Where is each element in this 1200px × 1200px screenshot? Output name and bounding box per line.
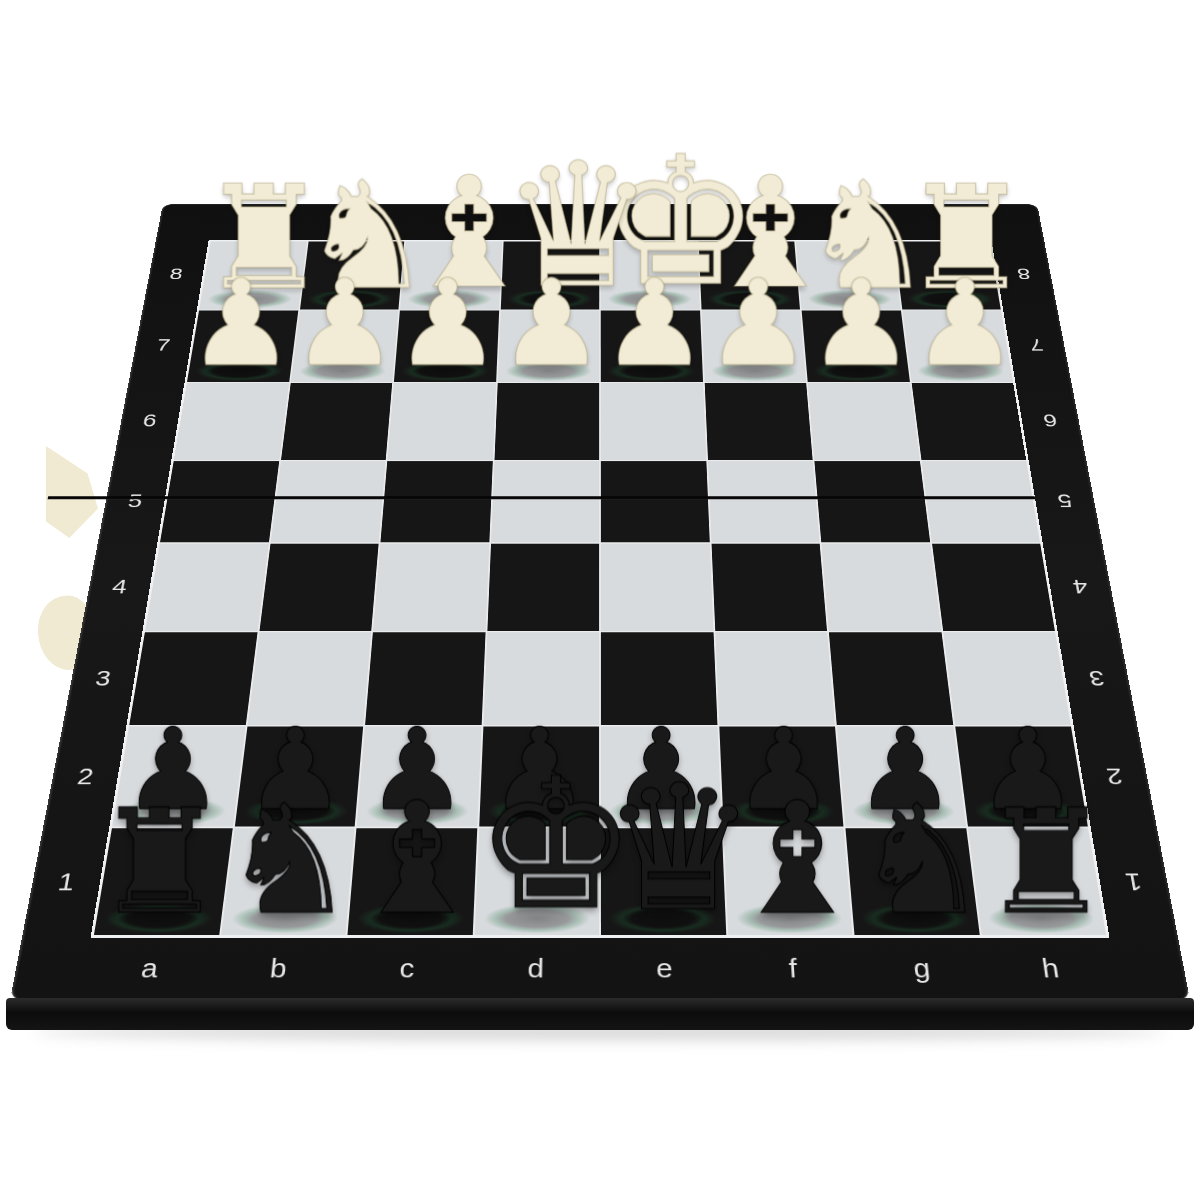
square-a4[interactable] <box>145 544 268 631</box>
white-pawn[interactable]: ♟ <box>911 266 1013 380</box>
square-f7[interactable]: ♟ <box>701 310 806 382</box>
square-e6[interactable] <box>601 383 706 459</box>
square-e7[interactable]: ♟ <box>601 310 703 382</box>
square-g4[interactable] <box>821 544 941 631</box>
black-knight[interactable]: ♞ <box>221 788 346 931</box>
square-h4[interactable] <box>932 544 1055 631</box>
white-pawn[interactable]: ♟ <box>291 266 393 380</box>
square-e5[interactable] <box>601 461 710 542</box>
white-pawn[interactable]: ♟ <box>704 266 806 380</box>
rank-label-left-7: 7 <box>134 337 192 354</box>
square-d7[interactable]: ♟ <box>497 310 599 382</box>
board-fold-seam <box>48 496 1036 499</box>
square-c6[interactable] <box>387 383 495 459</box>
square-g6[interactable] <box>808 383 920 459</box>
rank-label-right-8: 8 <box>996 266 1052 282</box>
rank-label-right-5: 5 <box>1034 491 1096 510</box>
black-knight[interactable]: ♞ <box>854 788 979 931</box>
black-bishop[interactable]: ♝ <box>728 785 853 932</box>
black-rook[interactable]: ♜ <box>981 794 1106 931</box>
file-label-e: e <box>600 938 730 1000</box>
black-rook[interactable]: ♜ <box>95 794 220 931</box>
square-f5[interactable] <box>708 461 820 542</box>
square-a6[interactable] <box>174 383 289 459</box>
square-d5[interactable] <box>491 461 600 542</box>
file-label-h: h <box>982 938 1120 1000</box>
square-c4[interactable] <box>373 544 489 631</box>
board-frame: ♜♞♝♛♚♝♞♜♟♟♟♟♟♟♟♟♟♟♟♟♟♟♟♟♜♞♝♚♛♝♞♜ 8765432… <box>10 204 1190 1000</box>
file-label-g: g <box>855 938 990 1000</box>
white-pawn[interactable]: ♟ <box>187 266 289 380</box>
rank-label-left-8: 8 <box>148 266 204 282</box>
square-b7[interactable]: ♟ <box>290 310 398 382</box>
white-pawn[interactable]: ♟ <box>601 266 703 380</box>
rank-label-left-6: 6 <box>120 411 180 429</box>
square-d4[interactable] <box>487 544 599 631</box>
rank-label-left-5: 5 <box>104 491 166 510</box>
rank-label-left-4: 4 <box>87 576 151 596</box>
white-pawn[interactable]: ♟ <box>394 266 496 380</box>
rank-label-right-6: 6 <box>1020 411 1080 429</box>
square-h7[interactable]: ♟ <box>902 310 1013 382</box>
black-bishop[interactable]: ♝ <box>348 785 473 932</box>
file-label-f: f <box>727 938 860 1000</box>
product-photo-scene: ♜♞♝♛♚♝♞♜♟♟♟♟♟♟♟♟♟♟♟♟♟♟♟♟♜♞♝♚♛♝♞♜ 8765432… <box>0 0 1200 1200</box>
square-a1[interactable]: ♜ <box>94 828 232 935</box>
board-front-edge <box>6 998 1194 1030</box>
square-b5[interactable] <box>270 461 385 542</box>
chessboard: ♜♞♝♛♚♝♞♜♟♟♟♟♟♟♟♟♟♟♟♟♟♟♟♟♜♞♝♚♛♝♞♜ 8765432… <box>10 204 1190 1000</box>
square-h5[interactable] <box>921 461 1040 542</box>
square-c1[interactable]: ♝ <box>347 828 476 935</box>
rank-label-left-1: 1 <box>30 869 102 894</box>
square-e4[interactable] <box>601 544 713 631</box>
black-king[interactable]: ♚ <box>474 760 599 932</box>
rank-label-right-7: 7 <box>1008 337 1066 354</box>
offboard-white-piece <box>46 446 98 538</box>
square-f1[interactable]: ♝ <box>723 828 852 935</box>
rank-label-right-4: 4 <box>1048 576 1112 596</box>
square-c5[interactable] <box>380 461 492 542</box>
square-f4[interactable] <box>711 544 827 631</box>
rank-label-right-3: 3 <box>1064 667 1131 689</box>
square-b1[interactable]: ♞ <box>221 828 355 935</box>
square-b6[interactable] <box>281 383 393 459</box>
rank-label-left-2: 2 <box>51 765 120 788</box>
square-d6[interactable] <box>494 383 599 459</box>
rank-label-right-1: 1 <box>1098 869 1170 894</box>
square-h6[interactable] <box>911 383 1026 459</box>
square-b4[interactable] <box>259 544 379 631</box>
square-a5[interactable] <box>160 461 279 542</box>
square-f6[interactable] <box>704 383 812 459</box>
square-e1[interactable]: ♛ <box>601 828 726 935</box>
rank-label-left-3: 3 <box>70 667 137 689</box>
square-g7[interactable]: ♟ <box>802 310 910 382</box>
file-label-b: b <box>210 938 345 1000</box>
square-d1[interactable]: ♚ <box>474 828 599 935</box>
square-a7[interactable]: ♟ <box>187 310 298 382</box>
file-label-a: a <box>80 938 218 1000</box>
square-g5[interactable] <box>814 461 929 542</box>
black-queen[interactable]: ♛ <box>601 766 726 931</box>
white-pawn[interactable]: ♟ <box>497 266 599 380</box>
board-grid: ♜♞♝♛♚♝♞♜♟♟♟♟♟♟♟♟♟♟♟♟♟♟♟♟♜♞♝♚♛♝♞♜ <box>91 240 1110 938</box>
file-label-d: d <box>470 938 600 1000</box>
file-label-c: c <box>340 938 473 1000</box>
white-pawn[interactable]: ♟ <box>808 266 910 380</box>
square-c7[interactable]: ♟ <box>394 310 499 382</box>
rank-label-right-2: 2 <box>1080 765 1149 788</box>
square-g1[interactable]: ♞ <box>845 828 979 935</box>
